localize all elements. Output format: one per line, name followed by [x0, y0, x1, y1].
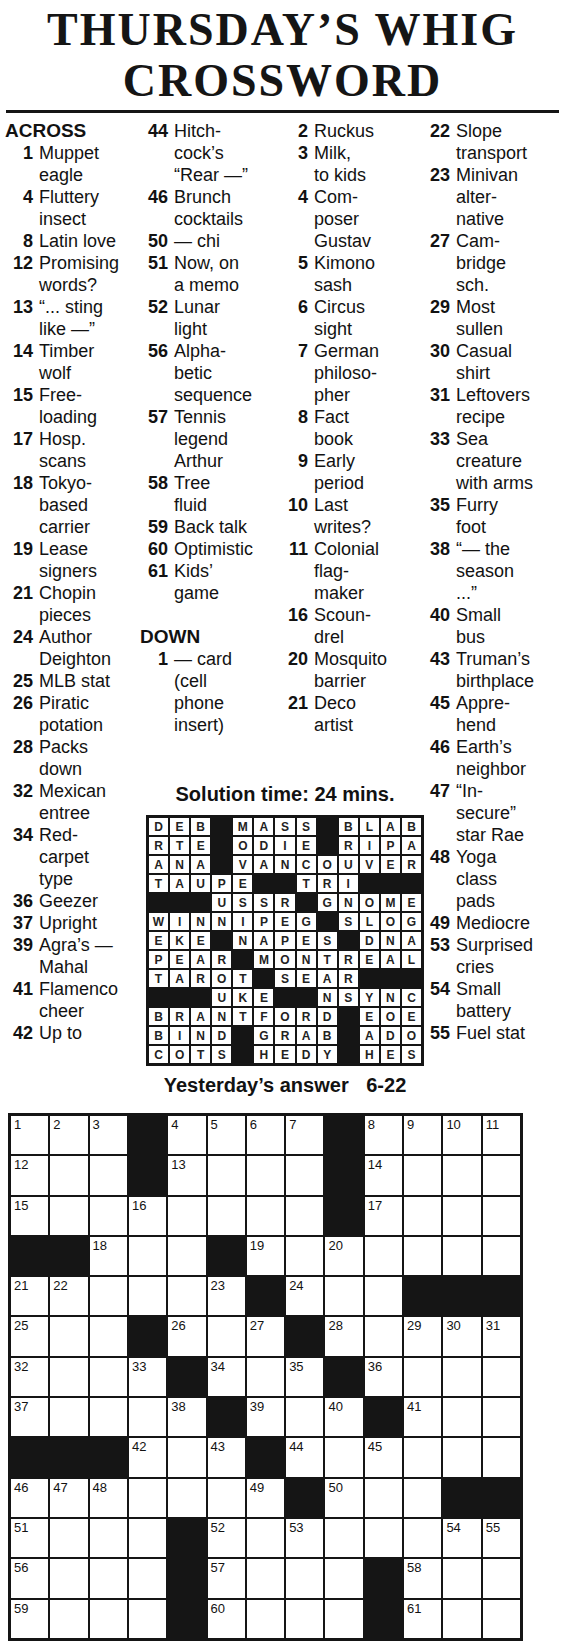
clue-text: Com- poser Gustav [314, 186, 371, 252]
solution-black-cell [211, 817, 232, 836]
puzzle-cell-24[interactable]: 24 [285, 1276, 324, 1316]
solution-letter-cell: I [169, 912, 190, 931]
solution-letter-cell: T [190, 1045, 211, 1064]
puzzle-cell-61[interactable]: 61 [403, 1599, 442, 1639]
puzzle-cell[interactable] [207, 1196, 246, 1236]
solution-letter-cell: T [232, 1007, 253, 1026]
solution-letter-cell: A [401, 836, 422, 855]
solution-letter-cell: V [359, 855, 380, 874]
clue-number: 35 [422, 494, 456, 538]
puzzle-cell-23[interactable]: 23 [207, 1276, 246, 1316]
cell-number: 60 [211, 1601, 225, 1616]
solution-letter-cell: A [190, 1007, 211, 1026]
puzzle-cell-15[interactable]: 15 [10, 1196, 49, 1236]
puzzle-cell-12[interactable]: 12 [10, 1155, 49, 1195]
puzzle-cell-30[interactable]: 30 [442, 1316, 481, 1356]
puzzle-cell[interactable] [49, 1357, 88, 1397]
puzzle-cell[interactable] [442, 1357, 481, 1397]
puzzle-cell-32[interactable]: 32 [10, 1357, 49, 1397]
solution-black-cell [359, 969, 380, 988]
cell-number: 8 [368, 1117, 375, 1132]
puzzle-cell[interactable] [89, 1155, 128, 1195]
cell-number: 30 [446, 1318, 460, 1333]
puzzle-cell-41[interactable]: 41 [403, 1397, 442, 1437]
puzzle-black-cell [207, 1397, 246, 1437]
solution-letter-cell: R [148, 836, 169, 855]
solution-letter-cell: N [274, 855, 295, 874]
clue-text: German philoso- pher [314, 340, 379, 406]
puzzle-cell[interactable] [403, 1518, 442, 1558]
solution-letter-cell: E [232, 874, 253, 893]
cell-number: 13 [171, 1157, 185, 1172]
solution-letter-cell: E [148, 931, 169, 950]
clue-12: 12Promising words? [5, 252, 139, 296]
clue-46: 46Brunch cocktails [140, 186, 279, 230]
puzzle-cell[interactable] [49, 1196, 88, 1236]
puzzle-black-cell [128, 1316, 167, 1356]
puzzle-cell[interactable] [49, 1316, 88, 1356]
solution-letter-cell: H [359, 1045, 380, 1064]
puzzle-cell-25[interactable]: 25 [10, 1316, 49, 1356]
puzzle-cell-21[interactable]: 21 [10, 1276, 49, 1316]
puzzle-cell-9[interactable]: 9 [403, 1115, 442, 1155]
puzzle-cell[interactable] [285, 1155, 324, 1195]
puzzle-cell[interactable] [89, 1558, 128, 1598]
solution-black-cell [296, 988, 317, 1007]
solution-letter-cell: E [359, 950, 380, 969]
clue-text: Back talk [174, 516, 247, 538]
puzzle-cell-18[interactable]: 18 [89, 1236, 128, 1276]
clue-text: Slope transport [456, 120, 527, 164]
solution-letter-cell: R [274, 1026, 295, 1045]
cell-number: 43 [211, 1439, 225, 1454]
solution-letter-cell: B [317, 1026, 338, 1045]
puzzle-black-cell [49, 1437, 88, 1477]
puzzle-cell[interactable] [285, 1236, 324, 1276]
solution-letter-cell: B [338, 817, 359, 836]
puzzle-cell[interactable] [442, 1236, 481, 1276]
puzzle-cell[interactable] [482, 1236, 521, 1276]
puzzle-cell[interactable] [89, 1196, 128, 1236]
solution-letter-cell: N [169, 855, 190, 874]
cell-number: 15 [14, 1198, 28, 1213]
solution-black-cell [169, 988, 190, 1007]
puzzle-cell[interactable] [207, 1478, 246, 1518]
clue-number: 21 [5, 582, 39, 626]
puzzle-cell[interactable] [246, 1558, 285, 1598]
puzzle-cell-10[interactable]: 10 [442, 1115, 481, 1155]
puzzle-cell[interactable] [482, 1397, 521, 1437]
page-title-line1: THURSDAY’S WHIG [0, 4, 565, 55]
puzzle-cell[interactable] [207, 1316, 246, 1356]
puzzle-cell[interactable] [482, 1599, 521, 1639]
solution-letter-cell: S [274, 969, 295, 988]
title-divider [6, 110, 559, 113]
solution-letter-cell: D [296, 1045, 317, 1064]
solution-letter-cell: P [380, 836, 401, 855]
puzzle-cell[interactable] [246, 1518, 285, 1558]
clue-34: 34Red- carpet type [5, 824, 139, 890]
clue-number: 46 [422, 736, 456, 780]
puzzle-cell-39[interactable]: 39 [246, 1397, 285, 1437]
solution-letter-cell: A [296, 1026, 317, 1045]
clue-text: “... sting like —” [39, 296, 103, 340]
puzzle-black-cell [285, 1316, 324, 1356]
puzzle-cell[interactable] [285, 1599, 324, 1639]
puzzle-cell-40[interactable]: 40 [324, 1397, 363, 1437]
puzzle-cell[interactable] [246, 1196, 285, 1236]
cell-number: 17 [368, 1198, 382, 1213]
clue-1: 1Muppet eagle [5, 142, 139, 186]
cell-number: 16 [132, 1198, 146, 1213]
solution-letter-cell: R [401, 855, 422, 874]
clue-text: Free- loading [39, 384, 97, 428]
puzzle-cell[interactable] [128, 1276, 167, 1316]
puzzle-cell-54[interactable]: 54 [442, 1518, 481, 1558]
puzzle-cell[interactable] [167, 1196, 206, 1236]
puzzle-cell[interactable] [246, 1599, 285, 1639]
puzzle-cell[interactable] [403, 1236, 442, 1276]
solution-letter-cell: B [148, 1007, 169, 1026]
puzzle-cell[interactable] [49, 1599, 88, 1639]
solution-letter-cell: S [211, 1045, 232, 1064]
cell-number: 44 [289, 1439, 303, 1454]
clue-22: 22Slope transport [422, 120, 561, 164]
puzzle-cell-46[interactable]: 46 [10, 1478, 49, 1518]
clue-text: Tennis legend Arthur [174, 406, 228, 472]
clue-46: 46Earth’s neighbor [422, 736, 561, 780]
puzzle-cell-22[interactable]: 22 [49, 1276, 88, 1316]
clue-23: 23Minivan alter- native [422, 164, 561, 230]
clue-text: Cam- bridge sch. [456, 230, 506, 296]
clue-text: Promising words? [39, 252, 119, 296]
puzzle-cell-3[interactable]: 3 [89, 1115, 128, 1155]
puzzle-cell-29[interactable]: 29 [403, 1316, 442, 1356]
puzzle-black-cell [364, 1599, 403, 1639]
puzzle-cell-47[interactable]: 47 [49, 1478, 88, 1518]
solution-letter-cell: M [232, 817, 253, 836]
puzzle-cell-42[interactable]: 42 [128, 1437, 167, 1477]
clue-number: 11 [280, 538, 314, 604]
puzzle-cell[interactable] [89, 1316, 128, 1356]
cell-number: 11 [486, 1117, 500, 1132]
puzzle-cell-19[interactable]: 19 [246, 1236, 285, 1276]
puzzle-cell[interactable] [442, 1437, 481, 1477]
puzzle-cell[interactable] [442, 1155, 481, 1195]
puzzle-cell-33[interactable]: 33 [128, 1357, 167, 1397]
solution-letter-cell: D [253, 836, 274, 855]
puzzle-cell[interactable] [285, 1397, 324, 1437]
puzzle-cell-38[interactable]: 38 [167, 1397, 206, 1437]
puzzle-cell-2[interactable]: 2 [49, 1115, 88, 1155]
solution-letter-cell: A [317, 969, 338, 988]
clue-number: 9 [280, 450, 314, 494]
puzzle-cell[interactable] [403, 1478, 442, 1518]
clue-24: 24Author Deighton [5, 626, 139, 670]
clue-number: 56 [140, 340, 174, 406]
clue-37: 37Upright [5, 912, 139, 934]
clue-18: 18Tokyo- based carrier [5, 472, 139, 538]
puzzle-cell[interactable] [442, 1397, 481, 1437]
solution-letter-cell: R [296, 1007, 317, 1026]
puzzle-cell-59[interactable]: 59 [10, 1599, 49, 1639]
solution-letter-cell: Y [359, 988, 380, 1007]
puzzle-cell-5[interactable]: 5 [207, 1115, 246, 1155]
puzzle-cell[interactable] [324, 1518, 363, 1558]
puzzle-black-cell [10, 1236, 49, 1276]
puzzle-cell-1[interactable]: 1 [10, 1115, 49, 1155]
clue-number: 61 [140, 560, 174, 604]
solution-black-cell [401, 969, 422, 988]
clue-text: Truman’s birthplace [456, 648, 534, 692]
clue-number: 54 [422, 978, 456, 1022]
solution-letter-cell: D [211, 1026, 232, 1045]
solution-time-label: Solution time: 24 mins. [144, 783, 426, 806]
puzzle-cell-28[interactable]: 28 [324, 1316, 363, 1356]
solution-letter-cell: A [253, 817, 274, 836]
puzzle-cell[interactable] [482, 1155, 521, 1195]
puzzle-cell-11[interactable]: 11 [482, 1115, 521, 1155]
puzzle-cell[interactable] [207, 1155, 246, 1195]
puzzle-cell[interactable] [128, 1478, 167, 1518]
clue-text: Packs down [39, 736, 88, 780]
puzzle-cell[interactable] [167, 1437, 206, 1477]
cell-number: 19 [250, 1238, 264, 1253]
puzzle-cell[interactable] [89, 1518, 128, 1558]
puzzle-cell-48[interactable]: 48 [89, 1478, 128, 1518]
puzzle-cell[interactable] [128, 1518, 167, 1558]
puzzle-cell-52[interactable]: 52 [207, 1518, 246, 1558]
solution-letter-cell: G [253, 1026, 274, 1045]
puzzle-cell[interactable] [482, 1437, 521, 1477]
clue-number: 36 [5, 890, 39, 912]
puzzle-cell[interactable] [442, 1599, 481, 1639]
puzzle-cell[interactable] [324, 1599, 363, 1639]
clue-text: Mexican entree [39, 780, 106, 824]
puzzle-cell-4[interactable]: 4 [167, 1115, 206, 1155]
puzzle-cell-34[interactable]: 34 [207, 1357, 246, 1397]
puzzle-cell[interactable] [482, 1558, 521, 1598]
clue-35: 35Furry foot [422, 494, 561, 538]
clue-33: 33Sea creature with arms [422, 428, 561, 494]
puzzle-cell[interactable] [285, 1196, 324, 1236]
puzzle-black-cell [324, 1115, 363, 1155]
puzzle-cell-58[interactable]: 58 [403, 1558, 442, 1598]
puzzle-cell[interactable] [403, 1196, 442, 1236]
puzzle-cell[interactable] [403, 1155, 442, 1195]
puzzle-cell-43[interactable]: 43 [207, 1437, 246, 1477]
clue-text: Surprised cries [456, 934, 533, 978]
puzzle-cell[interactable] [364, 1518, 403, 1558]
puzzle-cell[interactable] [49, 1397, 88, 1437]
puzzle-cell[interactable] [167, 1276, 206, 1316]
puzzle-cell-35[interactable]: 35 [285, 1357, 324, 1397]
puzzle-cell-51[interactable]: 51 [10, 1518, 49, 1558]
clue-text: Optimistic [174, 538, 253, 560]
puzzle-black-cell [167, 1518, 206, 1558]
puzzle-cell[interactable] [364, 1316, 403, 1356]
cell-number: 22 [53, 1278, 67, 1293]
clue-text: Yoga class pads [456, 846, 497, 912]
page-title-line2: CROSSWORD [0, 55, 565, 106]
puzzle-cell[interactable] [49, 1155, 88, 1195]
solution-letter-cell: E [190, 836, 211, 855]
clue-number: 25 [5, 670, 39, 692]
solution-black-cell [274, 874, 295, 893]
puzzle-cell[interactable] [482, 1357, 521, 1397]
solution-letter-cell: R [338, 836, 359, 855]
clue-text: Brunch cocktails [174, 186, 243, 230]
clue-32: 32Mexican entree [5, 780, 139, 824]
puzzle-cell-49[interactable]: 49 [246, 1478, 285, 1518]
cell-number: 53 [289, 1520, 303, 1535]
puzzle-cell[interactable] [442, 1196, 481, 1236]
cell-number: 1 [14, 1117, 21, 1132]
solution-letter-cell: E [169, 950, 190, 969]
puzzle-black-cell [128, 1115, 167, 1155]
clue-text: Agra’s — Mahal [39, 934, 113, 978]
solution-letter-cell: D [317, 1007, 338, 1026]
solution-letter-cell: I [169, 1026, 190, 1045]
clue-number: 49 [422, 912, 456, 934]
puzzle-cell-57[interactable]: 57 [207, 1558, 246, 1598]
puzzle-cell[interactable] [89, 1276, 128, 1316]
cell-number: 25 [14, 1318, 28, 1333]
puzzle-cell-20[interactable]: 20 [324, 1236, 363, 1276]
puzzle-cell-55[interactable]: 55 [482, 1518, 521, 1558]
puzzle-cell[interactable] [246, 1155, 285, 1195]
puzzle-cell-17[interactable]: 17 [364, 1196, 403, 1236]
puzzle-cell-36[interactable]: 36 [364, 1357, 403, 1397]
solution-letter-cell: E [380, 1045, 401, 1064]
puzzle-cell-7[interactable]: 7 [285, 1115, 324, 1155]
clue-text: Deco artist [314, 692, 356, 736]
solution-letter-cell: A [190, 855, 211, 874]
solution-letter-cell: O [169, 1045, 190, 1064]
solution-letter-cell: R [190, 969, 211, 988]
solution-black-cell [169, 893, 190, 912]
puzzle-cell[interactable] [128, 1236, 167, 1276]
clue-number: 10 [280, 494, 314, 538]
solution-letter-cell: O [274, 1007, 295, 1026]
clue-number: 20 [280, 648, 314, 692]
cell-number: 59 [14, 1601, 28, 1616]
solution-letter-cell: S [317, 931, 338, 950]
clue-21: 21Deco artist [280, 692, 421, 736]
puzzle-cell-56[interactable]: 56 [10, 1558, 49, 1598]
puzzle-cell-31[interactable]: 31 [482, 1316, 521, 1356]
clue-number: 46 [140, 186, 174, 230]
clue-30: 30Casual shirt [422, 340, 561, 384]
puzzle-cell[interactable] [482, 1196, 521, 1236]
clue-text: Ruckus [314, 120, 374, 142]
puzzle-cell[interactable] [403, 1437, 442, 1477]
solution-letter-cell: S [253, 893, 274, 912]
clue-number: 2 [280, 120, 314, 142]
puzzle-cell[interactable] [89, 1397, 128, 1437]
clue-text: Leftovers recipe [456, 384, 530, 428]
puzzle-cell-14[interactable]: 14 [364, 1155, 403, 1195]
puzzle-cell-13[interactable]: 13 [167, 1155, 206, 1195]
clue-text: Tree fluid [174, 472, 210, 516]
puzzle-cell[interactable] [403, 1357, 442, 1397]
cell-number: 33 [132, 1359, 146, 1374]
solution-letter-cell: M [380, 893, 401, 912]
puzzle-cell[interactable] [364, 1236, 403, 1276]
puzzle-cell[interactable] [442, 1558, 481, 1598]
solution-letter-cell: E [401, 1007, 422, 1026]
cell-number: 55 [486, 1520, 500, 1535]
puzzle-cell[interactable] [324, 1276, 363, 1316]
puzzle-black-cell [285, 1478, 324, 1518]
clue-text: Latin love [39, 230, 116, 252]
puzzle-cell[interactable] [246, 1357, 285, 1397]
puzzle-cell-6[interactable]: 6 [246, 1115, 285, 1155]
solution-black-cell [211, 931, 232, 950]
puzzle-cell[interactable] [128, 1558, 167, 1598]
cell-number: 7 [289, 1117, 296, 1132]
clue-number: 5 [280, 252, 314, 296]
clue-text: Flamenco cheer [39, 978, 118, 1022]
puzzle-cell-60[interactable]: 60 [207, 1599, 246, 1639]
solution-letter-cell: R [274, 893, 295, 912]
clue-number: 50 [140, 230, 174, 252]
section-header-down: DOWN [140, 626, 279, 648]
puzzle-cell[interactable] [89, 1357, 128, 1397]
solution-black-cell [296, 893, 317, 912]
puzzle-cell-44[interactable]: 44 [285, 1437, 324, 1477]
puzzle-cell[interactable] [167, 1236, 206, 1276]
puzzle-cell-8[interactable]: 8 [364, 1115, 403, 1155]
clue-60: 60Optimistic [140, 538, 279, 560]
puzzle-cell-53[interactable]: 53 [285, 1518, 324, 1558]
cell-number: 46 [14, 1480, 28, 1495]
solution-letter-cell: G [296, 912, 317, 931]
solution-letter-cell: N [190, 1026, 211, 1045]
puzzle-cell-27[interactable]: 27 [246, 1316, 285, 1356]
puzzle-cell-26[interactable]: 26 [167, 1316, 206, 1356]
solution-letter-cell: E [253, 988, 274, 1007]
puzzle-cell[interactable] [49, 1518, 88, 1558]
puzzle-cell[interactable] [167, 1478, 206, 1518]
puzzle-cell[interactable] [285, 1558, 324, 1598]
clue-text: Lease signers [39, 538, 97, 582]
solution-letter-cell: N [317, 988, 338, 1007]
puzzle-cell-45[interactable]: 45 [364, 1437, 403, 1477]
clue-text: Alpha- betic sequence [174, 340, 252, 406]
puzzle-cell[interactable] [128, 1599, 167, 1639]
solution-letter-cell: S [338, 912, 359, 931]
puzzle-cell[interactable] [364, 1478, 403, 1518]
puzzle-cell-50[interactable]: 50 [324, 1478, 363, 1518]
cell-number: 38 [171, 1399, 185, 1414]
puzzle-cell[interactable] [364, 1276, 403, 1316]
puzzle-cell[interactable] [128, 1397, 167, 1437]
clue-text: Most sullen [456, 296, 503, 340]
clue-number: 15 [5, 384, 39, 428]
cell-number: 37 [14, 1399, 28, 1414]
puzzle-cell-37[interactable]: 37 [10, 1397, 49, 1437]
solution-letter-cell: A [359, 1026, 380, 1045]
clue-56: 56Alpha- betic sequence [140, 340, 279, 406]
puzzle-cell-16[interactable]: 16 [128, 1196, 167, 1236]
puzzle-cell[interactable] [89, 1599, 128, 1639]
puzzle-black-cell [10, 1437, 49, 1477]
puzzle-cell[interactable] [324, 1558, 363, 1598]
clue-11: 11Colonial flag- maker [280, 538, 421, 604]
puzzle-cell[interactable] [324, 1437, 363, 1477]
puzzle-cell[interactable] [49, 1558, 88, 1598]
